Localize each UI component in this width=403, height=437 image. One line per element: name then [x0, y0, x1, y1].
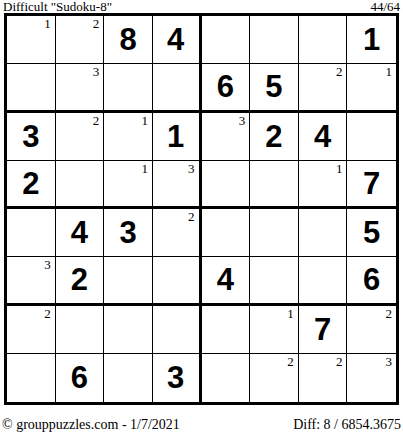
given-digit: 1 [167, 121, 184, 152]
pencil-mark: 2 [287, 355, 294, 368]
cell-r7c2[interactable] [56, 306, 105, 354]
cell-r7c8[interactable]: 2 [347, 306, 396, 354]
cell-r4c1[interactable]: 2 [7, 161, 56, 209]
cell-r1c3[interactable]: 8 [104, 16, 153, 64]
given-digit: 7 [314, 314, 331, 345]
page-title: Difficult "Sudoku-8" [3, 0, 112, 13]
cell-r2c1[interactable] [7, 64, 56, 112]
pencil-mark: 1 [141, 114, 148, 127]
pencil-mark: 1 [141, 162, 148, 175]
cell-r3c2[interactable]: 2 [56, 113, 105, 161]
cell-r8c4[interactable]: 3 [153, 354, 202, 402]
puzzle-page: Difficult "Sudoku-8" 44/64 1284136521321… [0, 0, 403, 437]
cell-r4c3[interactable]: 1 [104, 161, 153, 209]
pencil-mark: 2 [44, 307, 51, 320]
given-digit: 3 [22, 121, 39, 152]
given-digit: 4 [217, 264, 234, 295]
difficulty-text: Diff: 8 / 6854.3675 [293, 417, 401, 432]
pencil-mark: 3 [386, 355, 393, 368]
puzzle-counter: 44/64 [370, 0, 400, 13]
cell-r5c3[interactable]: 3 [104, 209, 153, 257]
pencil-mark: 3 [239, 114, 246, 127]
cell-r2c5[interactable]: 6 [202, 64, 251, 112]
cell-r3c4[interactable]: 1 [153, 113, 202, 161]
given-digit: 5 [363, 217, 380, 248]
cell-r8c5[interactable] [202, 354, 251, 402]
cell-r3c6[interactable]: 2 [250, 113, 299, 161]
cell-r5c8[interactable]: 5 [347, 209, 396, 257]
cell-r6c6[interactable] [250, 257, 299, 305]
cell-r7c6[interactable]: 1 [250, 306, 299, 354]
given-digit: 4 [167, 24, 184, 55]
header: Difficult "Sudoku-8" 44/64 [3, 0, 400, 13]
cell-r8c3[interactable] [104, 354, 153, 402]
cell-r6c8[interactable]: 6 [347, 257, 396, 305]
cell-r7c5[interactable] [202, 306, 251, 354]
cell-r1c2[interactable]: 2 [56, 16, 105, 64]
given-digit: 3 [119, 217, 136, 248]
cell-r1c4[interactable]: 4 [153, 16, 202, 64]
cell-r5c1[interactable] [7, 209, 56, 257]
cell-r6c5[interactable]: 4 [202, 257, 251, 305]
copyright-text: © grouppuzzles.com - 1/7/2021 [2, 417, 180, 432]
given-digit: 2 [265, 121, 282, 152]
pencil-mark: 3 [44, 258, 51, 271]
cell-r5c4[interactable]: 2 [153, 209, 202, 257]
pencil-mark: 1 [386, 65, 393, 78]
cell-r8c1[interactable] [7, 354, 56, 402]
cell-r6c4[interactable] [153, 257, 202, 305]
footer: © grouppuzzles.com - 1/7/2021 Diff: 8 / … [2, 417, 401, 432]
cell-r1c1[interactable]: 1 [7, 16, 56, 64]
cell-r6c2[interactable]: 2 [56, 257, 105, 305]
cell-r6c7[interactable] [299, 257, 348, 305]
cell-r5c7[interactable] [299, 209, 348, 257]
pencil-mark: 2 [336, 355, 343, 368]
given-digit: 4 [71, 217, 88, 248]
cell-r8c7[interactable]: 2 [299, 354, 348, 402]
cell-r2c6[interactable]: 5 [250, 64, 299, 112]
cell-r5c6[interactable] [250, 209, 299, 257]
cell-r1c8[interactable]: 1 [347, 16, 396, 64]
cell-r1c6[interactable] [250, 16, 299, 64]
cell-r3c1[interactable]: 3 [7, 113, 56, 161]
given-digit: 4 [314, 121, 331, 152]
given-digit: 2 [71, 264, 88, 295]
cell-r4c4[interactable]: 3 [153, 161, 202, 209]
given-digit: 2 [22, 168, 39, 199]
pencil-mark: 2 [93, 17, 100, 30]
pencil-mark: 2 [386, 307, 393, 320]
pencil-mark: 2 [93, 114, 100, 127]
cell-r7c1[interactable]: 2 [7, 306, 56, 354]
cell-r4c2[interactable] [56, 161, 105, 209]
given-digit: 3 [167, 362, 184, 393]
cell-r2c2[interactable]: 3 [56, 64, 105, 112]
cell-r2c7[interactable]: 2 [299, 64, 348, 112]
cell-r7c7[interactable]: 7 [299, 306, 348, 354]
pencil-mark: 2 [188, 210, 195, 223]
cell-r2c3[interactable] [104, 64, 153, 112]
given-digit: 6 [217, 71, 234, 102]
given-digit: 5 [265, 71, 282, 102]
cell-r5c5[interactable] [202, 209, 251, 257]
cell-r4c5[interactable] [202, 161, 251, 209]
cell-r4c8[interactable]: 7 [347, 161, 396, 209]
given-digit: 1 [363, 24, 380, 55]
pencil-mark: 3 [93, 65, 100, 78]
pencil-mark: 1 [336, 162, 343, 175]
pencil-mark: 1 [287, 307, 294, 320]
cell-r8c2[interactable]: 6 [56, 354, 105, 402]
cell-r2c4[interactable] [153, 64, 202, 112]
cell-r5c2[interactable]: 4 [56, 209, 105, 257]
given-digit: 7 [363, 168, 380, 199]
given-digit: 6 [71, 362, 88, 393]
given-digit: 6 [363, 264, 380, 295]
sudoku-board: 128413652132113242131743253246217263223 [4, 13, 399, 405]
cell-r4c7[interactable]: 1 [299, 161, 348, 209]
cell-r8c8[interactable]: 3 [347, 354, 396, 402]
pencil-mark: 1 [44, 17, 51, 30]
cell-r1c5[interactable] [202, 16, 251, 64]
cell-r7c4[interactable] [153, 306, 202, 354]
cell-r2c8[interactable]: 1 [347, 64, 396, 112]
cell-r6c1[interactable]: 3 [7, 257, 56, 305]
cell-r8c6[interactable]: 2 [250, 354, 299, 402]
pencil-mark: 3 [188, 162, 195, 175]
cell-r6c3[interactable] [104, 257, 153, 305]
cell-r3c3[interactable]: 1 [104, 113, 153, 161]
cell-r3c7[interactable]: 4 [299, 113, 348, 161]
cell-r4c6[interactable] [250, 161, 299, 209]
cell-r7c3[interactable] [104, 306, 153, 354]
cell-r3c8[interactable] [347, 113, 396, 161]
cell-r1c7[interactable] [299, 16, 348, 64]
pencil-mark: 2 [336, 65, 343, 78]
cell-r3c5[interactable]: 3 [202, 113, 251, 161]
given-digit: 8 [119, 24, 136, 55]
